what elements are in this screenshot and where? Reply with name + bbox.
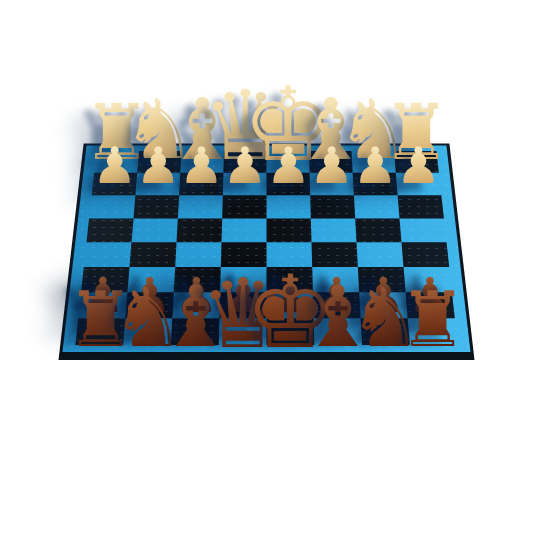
piece-black-pawn[interactable]: ♟ — [179, 141, 224, 191]
piece-white-rook[interactable]: ♜ — [398, 282, 466, 358]
piece-black-pawn[interactable]: ♟ — [309, 141, 354, 191]
piece-black-pawn[interactable]: ♟ — [352, 141, 397, 191]
chess-board: ♜♞♝♛♚♝♞♜♟♟♟♟♟♟♟♟♟♟♟♟♟♟♟♟♜♞♝♛♚♝♞♜ — [0, 0, 533, 533]
pieces-layer: ♜♞♝♛♚♝♞♜♟♟♟♟♟♟♟♟♟♟♟♟♟♟♟♟♜♞♝♛♚♝♞♜ — [0, 0, 533, 533]
piece-black-pawn[interactable]: ♟ — [135, 141, 180, 191]
piece-black-pawn[interactable]: ♟ — [222, 141, 267, 191]
piece-black-pawn[interactable]: ♟ — [92, 141, 137, 191]
piece-black-pawn[interactable]: ♟ — [266, 141, 311, 191]
photo-background: ♜♞♝♛♚♝♞♜♟♟♟♟♟♟♟♟♟♟♟♟♟♟♟♟♜♞♝♛♚♝♞♜ — [0, 0, 533, 533]
piece-black-pawn[interactable]: ♟ — [396, 141, 441, 191]
